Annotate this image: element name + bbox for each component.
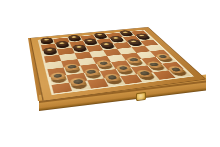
dark-piece[interactable] bbox=[40, 37, 54, 45]
dark-piece[interactable] bbox=[55, 41, 70, 49]
scene bbox=[0, 0, 220, 147]
dark-piece[interactable] bbox=[43, 47, 58, 56]
brass-clasp bbox=[136, 92, 146, 101]
light-piece[interactable] bbox=[50, 72, 68, 84]
